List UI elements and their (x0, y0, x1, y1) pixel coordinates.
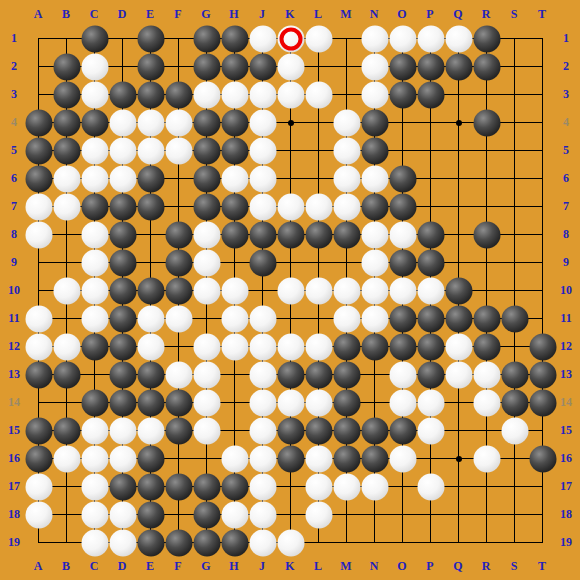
intersection-E8[interactable] (137, 221, 165, 249)
intersection-G13[interactable] (193, 361, 221, 389)
intersection-A5[interactable] (25, 137, 53, 165)
intersection-D3[interactable] (109, 81, 137, 109)
intersection-B1[interactable] (53, 25, 81, 53)
intersection-C17[interactable] (81, 473, 109, 501)
intersection-B19[interactable] (53, 529, 81, 557)
intersection-F6[interactable] (165, 165, 193, 193)
intersection-L2[interactable] (305, 53, 333, 81)
intersection-T19[interactable] (529, 529, 557, 557)
intersection-S7[interactable] (501, 193, 529, 221)
intersection-P17[interactable] (417, 473, 445, 501)
intersection-M6[interactable] (333, 165, 361, 193)
intersection-P16[interactable] (417, 445, 445, 473)
intersection-L5[interactable] (305, 137, 333, 165)
intersection-Q16[interactable] (445, 445, 473, 473)
intersection-A17[interactable] (25, 473, 53, 501)
intersection-B13[interactable] (53, 361, 81, 389)
intersection-C9[interactable] (81, 249, 109, 277)
intersection-L4[interactable] (305, 109, 333, 137)
intersection-F3[interactable] (165, 81, 193, 109)
intersection-K9[interactable] (277, 249, 305, 277)
intersection-P11[interactable] (417, 305, 445, 333)
intersection-C5[interactable] (81, 137, 109, 165)
intersection-S13[interactable] (501, 361, 529, 389)
intersection-F7[interactable] (165, 193, 193, 221)
intersection-A4[interactable] (25, 109, 53, 137)
intersection-P10[interactable] (417, 277, 445, 305)
intersection-F19[interactable] (165, 529, 193, 557)
intersection-C2[interactable] (81, 53, 109, 81)
intersection-M4[interactable] (333, 109, 361, 137)
intersection-L18[interactable] (305, 501, 333, 529)
intersection-N13[interactable] (361, 361, 389, 389)
intersection-Q2[interactable] (445, 53, 473, 81)
intersection-S5[interactable] (501, 137, 529, 165)
intersection-A14[interactable] (25, 389, 53, 417)
intersection-N18[interactable] (361, 501, 389, 529)
intersection-D9[interactable] (109, 249, 137, 277)
intersection-G15[interactable] (193, 417, 221, 445)
intersection-E12[interactable] (137, 333, 165, 361)
intersection-R12[interactable] (473, 333, 501, 361)
intersection-L6[interactable] (305, 165, 333, 193)
intersection-M14[interactable] (333, 389, 361, 417)
intersection-H6[interactable] (221, 165, 249, 193)
intersection-H18[interactable] (221, 501, 249, 529)
intersection-A7[interactable] (25, 193, 53, 221)
intersection-M13[interactable] (333, 361, 361, 389)
intersection-A19[interactable] (25, 529, 53, 557)
intersection-J1[interactable] (249, 25, 277, 53)
intersection-P9[interactable] (417, 249, 445, 277)
intersection-M17[interactable] (333, 473, 361, 501)
intersection-K10[interactable] (277, 277, 305, 305)
intersection-B2[interactable] (53, 53, 81, 81)
intersection-P18[interactable] (417, 501, 445, 529)
intersection-K8[interactable] (277, 221, 305, 249)
intersection-O7[interactable] (389, 193, 417, 221)
intersection-O12[interactable] (389, 333, 417, 361)
intersection-E19[interactable] (137, 529, 165, 557)
intersection-H14[interactable] (221, 389, 249, 417)
intersection-R5[interactable] (473, 137, 501, 165)
intersection-K16[interactable] (277, 445, 305, 473)
intersection-C16[interactable] (81, 445, 109, 473)
intersection-G16[interactable] (193, 445, 221, 473)
intersection-F12[interactable] (165, 333, 193, 361)
intersection-K12[interactable] (277, 333, 305, 361)
intersection-P6[interactable] (417, 165, 445, 193)
intersection-G2[interactable] (193, 53, 221, 81)
intersection-L14[interactable] (305, 389, 333, 417)
intersection-F2[interactable] (165, 53, 193, 81)
intersection-K5[interactable] (277, 137, 305, 165)
intersection-T5[interactable] (529, 137, 557, 165)
intersection-O15[interactable] (389, 417, 417, 445)
intersection-G7[interactable] (193, 193, 221, 221)
intersection-L3[interactable] (305, 81, 333, 109)
intersection-Q17[interactable] (445, 473, 473, 501)
intersection-H1[interactable] (221, 25, 249, 53)
intersection-N17[interactable] (361, 473, 389, 501)
intersection-E11[interactable] (137, 305, 165, 333)
intersection-K19[interactable] (277, 529, 305, 557)
intersection-C12[interactable] (81, 333, 109, 361)
intersection-B18[interactable] (53, 501, 81, 529)
intersection-A13[interactable] (25, 361, 53, 389)
intersection-G9[interactable] (193, 249, 221, 277)
intersection-Q14[interactable] (445, 389, 473, 417)
intersection-T7[interactable] (529, 193, 557, 221)
intersection-O1[interactable] (389, 25, 417, 53)
intersection-G4[interactable] (193, 109, 221, 137)
intersection-B17[interactable] (53, 473, 81, 501)
intersection-O3[interactable] (389, 81, 417, 109)
intersection-K17[interactable] (277, 473, 305, 501)
intersection-A3[interactable] (25, 81, 53, 109)
intersection-H15[interactable] (221, 417, 249, 445)
intersection-F1[interactable] (165, 25, 193, 53)
intersection-S15[interactable] (501, 417, 529, 445)
intersection-A2[interactable] (25, 53, 53, 81)
intersection-L15[interactable] (305, 417, 333, 445)
intersection-Q13[interactable] (445, 361, 473, 389)
intersection-L11[interactable] (305, 305, 333, 333)
intersection-S18[interactable] (501, 501, 529, 529)
intersection-A12[interactable] (25, 333, 53, 361)
intersection-J7[interactable] (249, 193, 277, 221)
intersection-S19[interactable] (501, 529, 529, 557)
intersection-A9[interactable] (25, 249, 53, 277)
intersection-R19[interactable] (473, 529, 501, 557)
intersection-Q18[interactable] (445, 501, 473, 529)
intersection-R7[interactable] (473, 193, 501, 221)
intersection-F4[interactable] (165, 109, 193, 137)
intersection-R9[interactable] (473, 249, 501, 277)
intersection-F11[interactable] (165, 305, 193, 333)
intersection-D10[interactable] (109, 277, 137, 305)
intersection-C1[interactable] (81, 25, 109, 53)
intersection-D11[interactable] (109, 305, 137, 333)
intersection-A18[interactable] (25, 501, 53, 529)
intersection-G12[interactable] (193, 333, 221, 361)
intersection-P14[interactable] (417, 389, 445, 417)
intersection-E16[interactable] (137, 445, 165, 473)
intersection-J13[interactable] (249, 361, 277, 389)
intersection-N1[interactable] (361, 25, 389, 53)
intersection-C3[interactable] (81, 81, 109, 109)
intersection-N2[interactable] (361, 53, 389, 81)
intersection-H5[interactable] (221, 137, 249, 165)
intersection-J19[interactable] (249, 529, 277, 557)
intersection-M15[interactable] (333, 417, 361, 445)
intersection-R8[interactable] (473, 221, 501, 249)
intersection-C15[interactable] (81, 417, 109, 445)
intersection-G17[interactable] (193, 473, 221, 501)
intersection-K13[interactable] (277, 361, 305, 389)
intersection-H8[interactable] (221, 221, 249, 249)
intersection-H19[interactable] (221, 529, 249, 557)
intersection-K15[interactable] (277, 417, 305, 445)
intersection-J18[interactable] (249, 501, 277, 529)
intersection-Q6[interactable] (445, 165, 473, 193)
intersection-N16[interactable] (361, 445, 389, 473)
intersection-G8[interactable] (193, 221, 221, 249)
intersection-J6[interactable] (249, 165, 277, 193)
intersection-H17[interactable] (221, 473, 249, 501)
intersection-R17[interactable] (473, 473, 501, 501)
intersection-P15[interactable] (417, 417, 445, 445)
intersection-N5[interactable] (361, 137, 389, 165)
intersection-E5[interactable] (137, 137, 165, 165)
intersection-T13[interactable] (529, 361, 557, 389)
intersection-T1[interactable] (529, 25, 557, 53)
intersection-M5[interactable] (333, 137, 361, 165)
intersection-O8[interactable] (389, 221, 417, 249)
intersection-N4[interactable] (361, 109, 389, 137)
intersection-D19[interactable] (109, 529, 137, 557)
intersection-G5[interactable] (193, 137, 221, 165)
intersection-D14[interactable] (109, 389, 137, 417)
intersection-J10[interactable] (249, 277, 277, 305)
intersection-L7[interactable] (305, 193, 333, 221)
intersection-J9[interactable] (249, 249, 277, 277)
intersection-D18[interactable] (109, 501, 137, 529)
intersection-P7[interactable] (417, 193, 445, 221)
intersection-T10[interactable] (529, 277, 557, 305)
intersection-C7[interactable] (81, 193, 109, 221)
intersection-O19[interactable] (389, 529, 417, 557)
intersection-A10[interactable] (25, 277, 53, 305)
intersection-T8[interactable] (529, 221, 557, 249)
intersection-D15[interactable] (109, 417, 137, 445)
intersection-S14[interactable] (501, 389, 529, 417)
intersection-M8[interactable] (333, 221, 361, 249)
intersection-T14[interactable] (529, 389, 557, 417)
intersection-R13[interactable] (473, 361, 501, 389)
intersection-F13[interactable] (165, 361, 193, 389)
intersection-M3[interactable] (333, 81, 361, 109)
intersection-P13[interactable] (417, 361, 445, 389)
intersection-M2[interactable] (333, 53, 361, 81)
intersection-D12[interactable] (109, 333, 137, 361)
intersection-S11[interactable] (501, 305, 529, 333)
intersection-L13[interactable] (305, 361, 333, 389)
intersection-T3[interactable] (529, 81, 557, 109)
intersection-E9[interactable] (137, 249, 165, 277)
intersection-Q5[interactable] (445, 137, 473, 165)
intersection-E18[interactable] (137, 501, 165, 529)
intersection-J3[interactable] (249, 81, 277, 109)
intersection-Q15[interactable] (445, 417, 473, 445)
intersection-Q7[interactable] (445, 193, 473, 221)
intersection-M18[interactable] (333, 501, 361, 529)
intersection-S10[interactable] (501, 277, 529, 305)
intersection-S17[interactable] (501, 473, 529, 501)
intersection-D1[interactable] (109, 25, 137, 53)
intersection-O5[interactable] (389, 137, 417, 165)
intersection-C6[interactable] (81, 165, 109, 193)
intersection-R3[interactable] (473, 81, 501, 109)
intersection-O13[interactable] (389, 361, 417, 389)
intersection-M11[interactable] (333, 305, 361, 333)
intersection-R16[interactable] (473, 445, 501, 473)
intersection-L10[interactable] (305, 277, 333, 305)
intersection-S8[interactable] (501, 221, 529, 249)
intersection-K4[interactable] (277, 109, 305, 137)
intersection-R6[interactable] (473, 165, 501, 193)
intersection-N3[interactable] (361, 81, 389, 109)
intersection-Q4[interactable] (445, 109, 473, 137)
intersection-F17[interactable] (165, 473, 193, 501)
intersection-E3[interactable] (137, 81, 165, 109)
intersection-E10[interactable] (137, 277, 165, 305)
intersection-S4[interactable] (501, 109, 529, 137)
intersection-P12[interactable] (417, 333, 445, 361)
intersection-K3[interactable] (277, 81, 305, 109)
intersection-E4[interactable] (137, 109, 165, 137)
intersection-L16[interactable] (305, 445, 333, 473)
intersection-C8[interactable] (81, 221, 109, 249)
intersection-K1[interactable] (277, 25, 305, 53)
intersection-P4[interactable] (417, 109, 445, 137)
intersection-E13[interactable] (137, 361, 165, 389)
intersection-F10[interactable] (165, 277, 193, 305)
intersection-J5[interactable] (249, 137, 277, 165)
intersection-B3[interactable] (53, 81, 81, 109)
intersection-J8[interactable] (249, 221, 277, 249)
intersection-J11[interactable] (249, 305, 277, 333)
intersection-O4[interactable] (389, 109, 417, 137)
intersection-P5[interactable] (417, 137, 445, 165)
intersection-O18[interactable] (389, 501, 417, 529)
intersection-J17[interactable] (249, 473, 277, 501)
intersection-C19[interactable] (81, 529, 109, 557)
intersection-S6[interactable] (501, 165, 529, 193)
intersection-J2[interactable] (249, 53, 277, 81)
intersection-H3[interactable] (221, 81, 249, 109)
intersection-S1[interactable] (501, 25, 529, 53)
intersection-B8[interactable] (53, 221, 81, 249)
intersection-H13[interactable] (221, 361, 249, 389)
intersection-L9[interactable] (305, 249, 333, 277)
intersection-R10[interactable] (473, 277, 501, 305)
intersection-Q10[interactable] (445, 277, 473, 305)
intersection-M12[interactable] (333, 333, 361, 361)
intersection-C13[interactable] (81, 361, 109, 389)
intersection-Q11[interactable] (445, 305, 473, 333)
intersection-J16[interactable] (249, 445, 277, 473)
intersection-G14[interactable] (193, 389, 221, 417)
intersection-H2[interactable] (221, 53, 249, 81)
intersection-D2[interactable] (109, 53, 137, 81)
intersection-H11[interactable] (221, 305, 249, 333)
intersection-N6[interactable] (361, 165, 389, 193)
intersection-F9[interactable] (165, 249, 193, 277)
intersection-N11[interactable] (361, 305, 389, 333)
intersection-Q8[interactable] (445, 221, 473, 249)
intersection-O17[interactable] (389, 473, 417, 501)
intersection-B16[interactable] (53, 445, 81, 473)
intersection-D4[interactable] (109, 109, 137, 137)
intersection-O14[interactable] (389, 389, 417, 417)
intersection-B7[interactable] (53, 193, 81, 221)
intersection-N15[interactable] (361, 417, 389, 445)
intersection-D13[interactable] (109, 361, 137, 389)
intersection-C11[interactable] (81, 305, 109, 333)
intersection-D7[interactable] (109, 193, 137, 221)
intersection-G1[interactable] (193, 25, 221, 53)
intersection-P3[interactable] (417, 81, 445, 109)
intersection-M10[interactable] (333, 277, 361, 305)
intersection-G3[interactable] (193, 81, 221, 109)
intersection-O9[interactable] (389, 249, 417, 277)
intersection-A1[interactable] (25, 25, 53, 53)
intersection-S3[interactable] (501, 81, 529, 109)
intersection-Q1[interactable] (445, 25, 473, 53)
intersection-G19[interactable] (193, 529, 221, 557)
intersection-G11[interactable] (193, 305, 221, 333)
intersection-B15[interactable] (53, 417, 81, 445)
intersection-D5[interactable] (109, 137, 137, 165)
intersection-B12[interactable] (53, 333, 81, 361)
intersection-S2[interactable] (501, 53, 529, 81)
intersection-G10[interactable] (193, 277, 221, 305)
intersection-K6[interactable] (277, 165, 305, 193)
intersection-E15[interactable] (137, 417, 165, 445)
intersection-R14[interactable] (473, 389, 501, 417)
intersection-B10[interactable] (53, 277, 81, 305)
intersection-K2[interactable] (277, 53, 305, 81)
intersection-H4[interactable] (221, 109, 249, 137)
intersection-E7[interactable] (137, 193, 165, 221)
intersection-J15[interactable] (249, 417, 277, 445)
intersection-K18[interactable] (277, 501, 305, 529)
intersection-E2[interactable] (137, 53, 165, 81)
intersection-F16[interactable] (165, 445, 193, 473)
intersection-Q12[interactable] (445, 333, 473, 361)
intersection-A11[interactable] (25, 305, 53, 333)
intersection-J4[interactable] (249, 109, 277, 137)
intersection-K7[interactable] (277, 193, 305, 221)
intersection-H10[interactable] (221, 277, 249, 305)
intersection-B5[interactable] (53, 137, 81, 165)
intersection-S16[interactable] (501, 445, 529, 473)
intersection-P2[interactable] (417, 53, 445, 81)
intersection-T17[interactable] (529, 473, 557, 501)
intersection-C10[interactable] (81, 277, 109, 305)
intersection-N14[interactable] (361, 389, 389, 417)
intersection-T2[interactable] (529, 53, 557, 81)
intersection-K11[interactable] (277, 305, 305, 333)
intersection-N8[interactable] (361, 221, 389, 249)
intersection-M9[interactable] (333, 249, 361, 277)
intersection-H7[interactable] (221, 193, 249, 221)
intersection-O2[interactable] (389, 53, 417, 81)
intersection-T9[interactable] (529, 249, 557, 277)
intersection-M1[interactable] (333, 25, 361, 53)
intersection-F14[interactable] (165, 389, 193, 417)
intersection-D8[interactable] (109, 221, 137, 249)
intersection-M7[interactable] (333, 193, 361, 221)
intersection-R4[interactable] (473, 109, 501, 137)
intersection-T6[interactable] (529, 165, 557, 193)
intersection-G6[interactable] (193, 165, 221, 193)
intersection-P1[interactable] (417, 25, 445, 53)
intersection-T11[interactable] (529, 305, 557, 333)
intersection-O10[interactable] (389, 277, 417, 305)
intersection-M16[interactable] (333, 445, 361, 473)
